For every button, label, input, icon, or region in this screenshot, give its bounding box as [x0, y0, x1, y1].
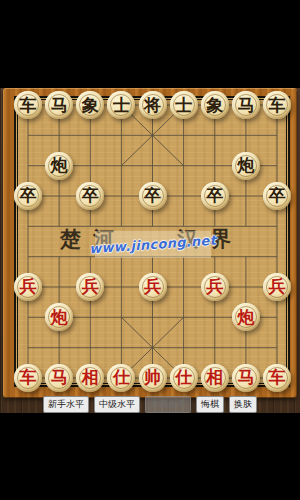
piece-black-chariot[interactable]: 车: [263, 91, 291, 119]
board-frame: 楚河 汉界 www.jincong.net 车马象士将士象马车炮炮卒卒卒卒卒兵兵…: [3, 88, 297, 398]
piece-character: 卒: [201, 182, 229, 210]
piece-red-cannon[interactable]: 炮: [232, 303, 260, 331]
game-area: 楚河 汉界 www.jincong.net 车马象士将士象马车炮炮卒卒卒卒卒兵兵…: [0, 88, 300, 413]
piece-black-horse[interactable]: 马: [45, 91, 73, 119]
piece-character: 象: [76, 91, 104, 119]
piece-black-cannon[interactable]: 炮: [232, 152, 260, 180]
piece-character: 车: [263, 91, 291, 119]
undo-move-button[interactable]: 悔棋: [196, 396, 224, 413]
piece-black-advisor[interactable]: 士: [170, 91, 198, 119]
piece-red-soldier[interactable]: 兵: [139, 273, 167, 301]
piece-red-advisor[interactable]: 仕: [107, 364, 135, 392]
piece-black-soldier[interactable]: 卒: [14, 182, 42, 210]
piece-black-soldier[interactable]: 卒: [76, 182, 104, 210]
piece-character: 马: [45, 91, 73, 119]
piece-red-chariot[interactable]: 车: [263, 364, 291, 392]
piece-red-soldier[interactable]: 兵: [76, 273, 104, 301]
piece-red-soldier[interactable]: 兵: [263, 273, 291, 301]
piece-character: 相: [76, 364, 104, 392]
piece-character: 相: [201, 364, 229, 392]
novice-level-button[interactable]: 新手水平: [43, 396, 89, 413]
master-level-button: 大师水平: [145, 396, 191, 413]
board[interactable]: 楚河 汉界 www.jincong.net 车马象士将士象马车炮炮卒卒卒卒卒兵兵…: [14, 96, 290, 387]
piece-character: 兵: [14, 273, 42, 301]
piece-character: 象: [201, 91, 229, 119]
piece-character: 车: [263, 364, 291, 392]
piece-character: 仕: [170, 364, 198, 392]
piece-red-chariot[interactable]: 车: [14, 364, 42, 392]
piece-red-soldier[interactable]: 兵: [14, 273, 42, 301]
piece-red-soldier[interactable]: 兵: [201, 273, 229, 301]
piece-character: 卒: [263, 182, 291, 210]
piece-character: 车: [14, 364, 42, 392]
watermark-text: www.jincong.net: [89, 233, 217, 257]
piece-red-general[interactable]: 帅: [139, 364, 167, 392]
piece-black-soldier[interactable]: 卒: [263, 182, 291, 210]
piece-character: 马: [232, 364, 260, 392]
piece-character: 仕: [107, 364, 135, 392]
piece-character: 兵: [201, 273, 229, 301]
piece-character: 将: [139, 91, 167, 119]
piece-character: 马: [45, 364, 73, 392]
piece-character: 炮: [232, 152, 260, 180]
piece-character: 炮: [232, 303, 260, 331]
watermark: www.jincong.net: [95, 231, 211, 258]
piece-black-elephant[interactable]: 象: [201, 91, 229, 119]
piece-black-soldier[interactable]: 卒: [201, 182, 229, 210]
piece-red-cannon[interactable]: 炮: [45, 303, 73, 331]
piece-character: 帅: [139, 364, 167, 392]
piece-character: 兵: [139, 273, 167, 301]
piece-character: 士: [107, 91, 135, 119]
piece-character: 卒: [14, 182, 42, 210]
piece-character: 卒: [139, 182, 167, 210]
piece-black-chariot[interactable]: 车: [14, 91, 42, 119]
intermediate-level-button[interactable]: 中级水平: [94, 396, 140, 413]
piece-black-cannon[interactable]: 炮: [45, 152, 73, 180]
piece-character: 卒: [76, 182, 104, 210]
piece-black-horse[interactable]: 马: [232, 91, 260, 119]
piece-black-soldier[interactable]: 卒: [139, 182, 167, 210]
piece-character: 炮: [45, 152, 73, 180]
piece-black-elephant[interactable]: 象: [76, 91, 104, 119]
piece-character: 炮: [45, 303, 73, 331]
piece-character: 马: [232, 91, 260, 119]
toolbar: 新手水平中级水平大师水平悔棋换肤: [0, 395, 300, 413]
piece-red-horse[interactable]: 马: [45, 364, 73, 392]
piece-red-elephant[interactable]: 相: [76, 364, 104, 392]
piece-character: 兵: [263, 273, 291, 301]
piece-red-horse[interactable]: 马: [232, 364, 260, 392]
piece-character: 车: [14, 91, 42, 119]
piece-red-elephant[interactable]: 相: [201, 364, 229, 392]
app-screen: 楚河 汉界 www.jincong.net 车马象士将士象马车炮炮卒卒卒卒卒兵兵…: [0, 0, 300, 500]
piece-character: 士: [170, 91, 198, 119]
piece-black-advisor[interactable]: 士: [107, 91, 135, 119]
piece-character: 兵: [76, 273, 104, 301]
piece-black-general[interactable]: 将: [139, 91, 167, 119]
piece-red-advisor[interactable]: 仕: [170, 364, 198, 392]
change-skin-button[interactable]: 换肤: [229, 396, 257, 413]
